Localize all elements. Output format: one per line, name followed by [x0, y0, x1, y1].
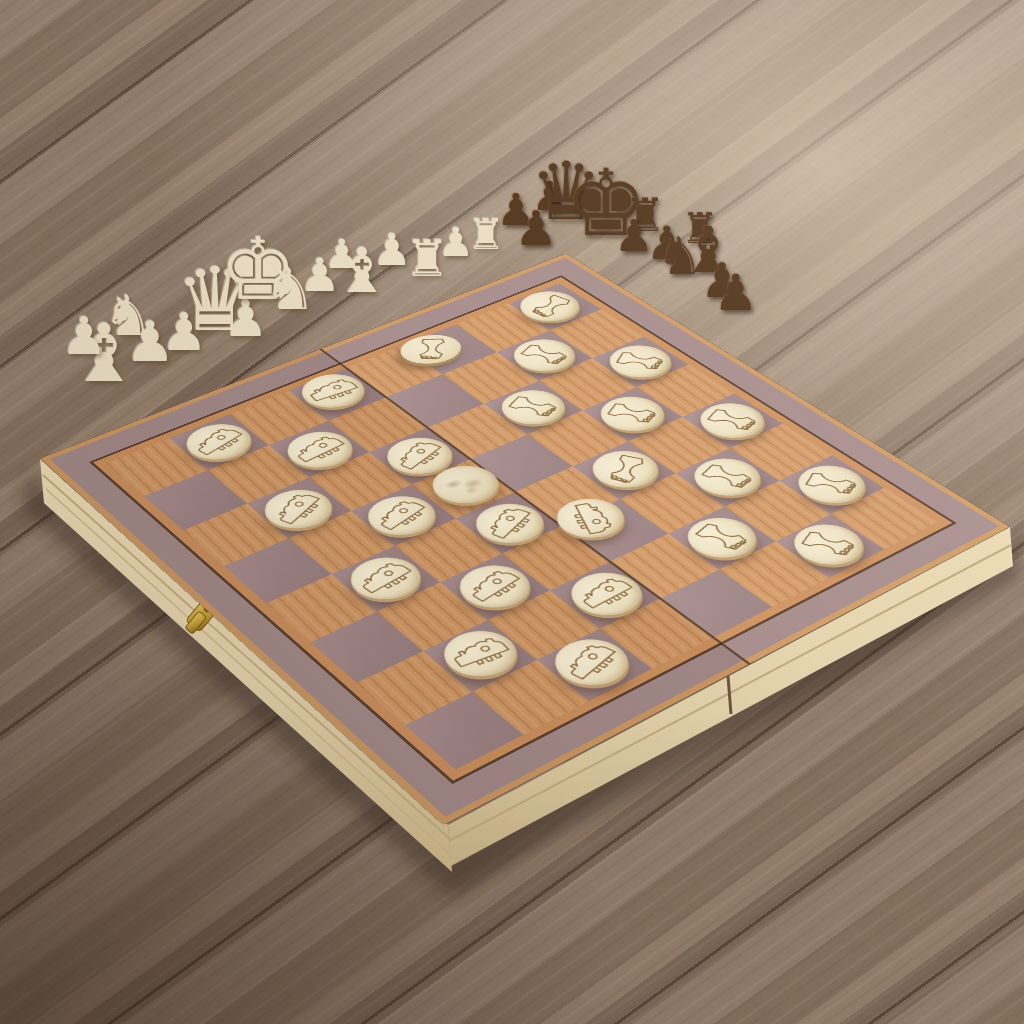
dark-pawn[interactable]: ♟ — [709, 268, 764, 318]
photo-stage: ♝♟♞♟♟♛♟♚♞♟♟♝♟♜♟♜ ♟♟♟♛♚♜♟♟♞♜♝♟♟ — [0, 0, 1024, 1024]
